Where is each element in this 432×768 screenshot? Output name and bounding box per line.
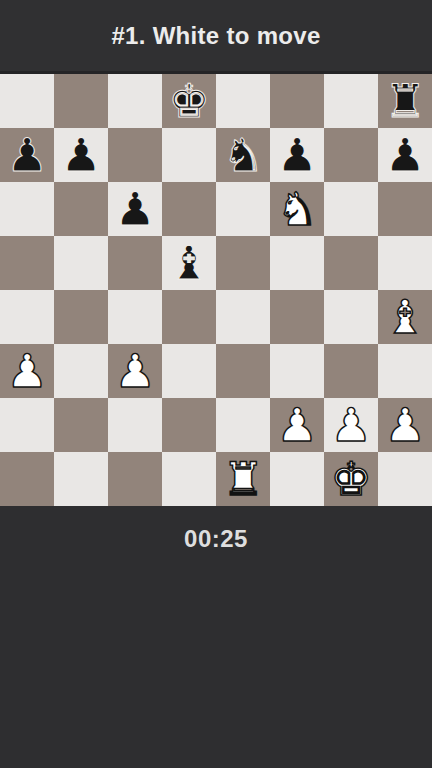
header-bar: #1. White to move (0, 0, 432, 71)
square-g8[interactable] (324, 74, 378, 128)
square-a6[interactable] (0, 182, 54, 236)
square-c3[interactable]: ♟ (108, 344, 162, 398)
square-g7[interactable] (324, 128, 378, 182)
piece-black-pawn[interactable]: ♟ (276, 128, 317, 182)
square-f2[interactable]: ♟ (270, 398, 324, 452)
square-h2[interactable]: ♟ (378, 398, 432, 452)
square-b1[interactable] (54, 452, 108, 506)
square-c6[interactable]: ♟ (108, 182, 162, 236)
square-g2[interactable]: ♟ (324, 398, 378, 452)
square-e7[interactable]: ♞ (216, 128, 270, 182)
square-f5[interactable] (270, 236, 324, 290)
square-a2[interactable] (0, 398, 54, 452)
square-a7[interactable]: ♟ (0, 128, 54, 182)
square-d8[interactable]: ♚ (162, 74, 216, 128)
square-c5[interactable] (108, 236, 162, 290)
square-h3[interactable] (378, 344, 432, 398)
square-a1[interactable] (0, 452, 54, 506)
countdown-timer: 00:25 (0, 525, 432, 553)
piece-black-pawn[interactable]: ♟ (114, 182, 155, 236)
square-g4[interactable] (324, 290, 378, 344)
square-e2[interactable] (216, 398, 270, 452)
square-h5[interactable] (378, 236, 432, 290)
square-d4[interactable] (162, 290, 216, 344)
piece-white-pawn[interactable]: ♟ (6, 344, 47, 398)
square-e6[interactable] (216, 182, 270, 236)
square-b6[interactable] (54, 182, 108, 236)
piece-black-rook[interactable]: ♜ (384, 74, 425, 128)
square-d2[interactable] (162, 398, 216, 452)
square-f6[interactable]: ♞ (270, 182, 324, 236)
chess-board: ♚♜♟♟♞♟♟♟♞♝♝♟♟♟♟♟♜♚ (0, 74, 432, 506)
square-d6[interactable] (162, 182, 216, 236)
square-g6[interactable] (324, 182, 378, 236)
square-b7[interactable]: ♟ (54, 128, 108, 182)
square-d1[interactable] (162, 452, 216, 506)
piece-black-bishop[interactable]: ♝ (168, 236, 209, 290)
square-e1[interactable]: ♜ (216, 452, 270, 506)
square-g1[interactable]: ♚ (324, 452, 378, 506)
square-a8[interactable] (0, 74, 54, 128)
square-c7[interactable] (108, 128, 162, 182)
square-e5[interactable] (216, 236, 270, 290)
square-e8[interactable] (216, 74, 270, 128)
piece-white-pawn[interactable]: ♟ (114, 344, 155, 398)
square-c1[interactable] (108, 452, 162, 506)
chess-puzzle-app: #1. White to move ♚♜♟♟♞♟♟♟♞♝♝♟♟♟♟♟♜♚ 00:… (0, 0, 432, 768)
square-b8[interactable] (54, 74, 108, 128)
square-a3[interactable]: ♟ (0, 344, 54, 398)
square-a5[interactable] (0, 236, 54, 290)
square-g3[interactable] (324, 344, 378, 398)
square-d7[interactable] (162, 128, 216, 182)
piece-white-pawn[interactable]: ♟ (330, 398, 371, 452)
piece-black-pawn[interactable]: ♟ (6, 128, 47, 182)
piece-white-pawn[interactable]: ♟ (276, 398, 317, 452)
square-e3[interactable] (216, 344, 270, 398)
square-f4[interactable] (270, 290, 324, 344)
square-d5[interactable]: ♝ (162, 236, 216, 290)
square-c8[interactable] (108, 74, 162, 128)
square-h7[interactable]: ♟ (378, 128, 432, 182)
square-c2[interactable] (108, 398, 162, 452)
square-b4[interactable] (54, 290, 108, 344)
square-c4[interactable] (108, 290, 162, 344)
square-b5[interactable] (54, 236, 108, 290)
square-a4[interactable] (0, 290, 54, 344)
square-f3[interactable] (270, 344, 324, 398)
square-h1[interactable] (378, 452, 432, 506)
square-h4[interactable]: ♝ (378, 290, 432, 344)
square-e4[interactable] (216, 290, 270, 344)
piece-white-rook[interactable]: ♜ (222, 452, 263, 506)
piece-black-king[interactable]: ♚ (168, 74, 209, 128)
square-b2[interactable] (54, 398, 108, 452)
square-h8[interactable]: ♜ (378, 74, 432, 128)
square-f1[interactable] (270, 452, 324, 506)
piece-black-pawn[interactable]: ♟ (384, 128, 425, 182)
piece-black-pawn[interactable]: ♟ (60, 128, 101, 182)
piece-white-king[interactable]: ♚ (330, 452, 371, 506)
puzzle-title: #1. White to move (111, 22, 320, 50)
piece-white-pawn[interactable]: ♟ (384, 398, 425, 452)
piece-white-bishop[interactable]: ♝ (384, 290, 425, 344)
square-b3[interactable] (54, 344, 108, 398)
square-f7[interactable]: ♟ (270, 128, 324, 182)
square-g5[interactable] (324, 236, 378, 290)
piece-black-knight[interactable]: ♞ (222, 128, 263, 182)
piece-white-knight[interactable]: ♞ (276, 182, 317, 236)
square-f8[interactable] (270, 74, 324, 128)
square-h6[interactable] (378, 182, 432, 236)
square-d3[interactable] (162, 344, 216, 398)
